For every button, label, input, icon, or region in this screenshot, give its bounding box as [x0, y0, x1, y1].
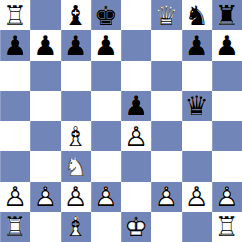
black-bishop-fill-icon: ♗ [61, 0, 91, 30]
white-pawn-fill-icon: ♟ [91, 182, 121, 212]
square-f8[interactable]: ♛♕ [151, 0, 181, 30]
white-bishop-fill-icon: ♝ [61, 212, 91, 242]
square-f2[interactable]: ♟♙ [151, 182, 181, 212]
white-knight-fill-icon: ♞ [61, 151, 91, 181]
white-knight-icon: ♘ [61, 151, 91, 181]
square-b6[interactable] [30, 61, 60, 91]
square-a8[interactable]: ♜♖ [0, 0, 30, 30]
black-pawn-fill-icon: ♙ [0, 30, 30, 60]
square-a5[interactable] [0, 91, 30, 121]
black-king-icon: ♚ [91, 0, 121, 30]
black-pawn-icon: ♟ [30, 30, 60, 60]
white-pawn-icon: ♙ [91, 182, 121, 212]
square-f5[interactable] [151, 91, 181, 121]
piece-white-pawn[interactable]: ♟♙ [91, 182, 121, 212]
square-g8[interactable]: ♘♞ [182, 0, 212, 30]
square-h5[interactable] [212, 91, 242, 121]
white-pawn-fill-icon: ♟ [151, 182, 181, 212]
piece-black-pawn[interactable]: ♙♟ [91, 30, 121, 60]
white-pawn-icon: ♙ [182, 182, 212, 212]
square-e7[interactable] [121, 30, 151, 60]
black-knight-icon: ♞ [182, 0, 212, 30]
piece-white-bishop[interactable]: ♝♗ [61, 121, 91, 151]
piece-black-queen[interactable]: ♕♛ [182, 91, 212, 121]
square-d7[interactable]: ♙♟ [91, 30, 121, 60]
white-rook-icon: ♖ [212, 212, 242, 242]
square-h2[interactable]: ♟♙ [212, 182, 242, 212]
white-rook-fill-icon: ♜ [212, 212, 242, 242]
square-b1[interactable] [30, 212, 60, 242]
square-g4[interactable] [182, 121, 212, 151]
square-e6[interactable] [121, 61, 151, 91]
square-f4[interactable] [151, 121, 181, 151]
square-c2[interactable]: ♟♙ [61, 182, 91, 212]
piece-white-pawn[interactable]: ♟♙ [30, 182, 60, 212]
white-pawn-fill-icon: ♟ [182, 182, 212, 212]
piece-black-bishop[interactable]: ♗♝ [61, 0, 91, 30]
square-g7[interactable]: ♙♟ [182, 30, 212, 60]
white-bishop-fill-icon: ♝ [61, 121, 91, 151]
square-d3[interactable] [91, 151, 121, 181]
square-h3[interactable] [212, 151, 242, 181]
piece-white-pawn[interactable]: ♟♙ [0, 182, 30, 212]
black-pawn-fill-icon: ♙ [30, 30, 60, 60]
square-c6[interactable] [61, 61, 91, 91]
black-king-fill-icon: ♔ [91, 0, 121, 30]
square-e8[interactable] [121, 0, 151, 30]
square-c1[interactable]: ♝♗ [61, 212, 91, 242]
square-d1[interactable] [91, 212, 121, 242]
square-f6[interactable] [151, 61, 181, 91]
piece-black-pawn[interactable]: ♙♟ [30, 30, 60, 60]
black-queen-icon: ♛ [182, 91, 212, 121]
square-e3[interactable] [121, 151, 151, 181]
piece-white-bishop[interactable]: ♝♗ [61, 212, 91, 242]
black-pawn-fill-icon: ♙ [182, 30, 212, 60]
square-g5[interactable]: ♕♛ [182, 91, 212, 121]
square-h6[interactable] [212, 61, 242, 91]
white-pawn-icon: ♙ [30, 182, 60, 212]
square-e1[interactable]: ♚♔ [121, 212, 151, 242]
square-a3[interactable] [0, 151, 30, 181]
square-c4[interactable]: ♝♗ [61, 121, 91, 151]
square-b5[interactable] [30, 91, 60, 121]
piece-black-rook[interactable]: ♖♜ [212, 0, 242, 30]
square-b8[interactable] [30, 0, 60, 30]
square-a6[interactable] [0, 61, 30, 91]
piece-black-knight[interactable]: ♘♞ [182, 0, 212, 30]
piece-white-rook[interactable]: ♜♖ [0, 212, 30, 242]
square-e4[interactable]: ♟♙ [121, 121, 151, 151]
square-d4[interactable] [91, 121, 121, 151]
square-g3[interactable] [182, 151, 212, 181]
piece-white-pawn[interactable]: ♟♙ [182, 182, 212, 212]
white-queen-icon: ♕ [151, 0, 181, 30]
square-b3[interactable] [30, 151, 60, 181]
square-b2[interactable]: ♟♙ [30, 182, 60, 212]
piece-white-queen[interactable]: ♛♕ [151, 0, 181, 30]
piece-black-pawn[interactable]: ♙♟ [212, 30, 242, 60]
white-pawn-fill-icon: ♟ [61, 182, 91, 212]
square-d5[interactable] [91, 91, 121, 121]
square-a2[interactable]: ♟♙ [0, 182, 30, 212]
square-c7[interactable]: ♙♟ [61, 30, 91, 60]
piece-black-king[interactable]: ♔♚ [91, 0, 121, 30]
square-g1[interactable] [182, 212, 212, 242]
square-e5[interactable]: ♙♟ [121, 91, 151, 121]
black-queen-fill-icon: ♕ [182, 91, 212, 121]
white-pawn-icon: ♙ [212, 182, 242, 212]
square-a7[interactable]: ♙♟ [0, 30, 30, 60]
piece-white-pawn[interactable]: ♟♙ [151, 182, 181, 212]
square-g6[interactable] [182, 61, 212, 91]
black-pawn-icon: ♟ [182, 30, 212, 60]
square-a1[interactable]: ♜♖ [0, 212, 30, 242]
square-g2[interactable]: ♟♙ [182, 182, 212, 212]
white-rook-fill-icon: ♜ [0, 212, 30, 242]
square-h1[interactable]: ♜♖ [212, 212, 242, 242]
piece-black-pawn[interactable]: ♙♟ [0, 30, 30, 60]
white-king-fill-icon: ♚ [121, 212, 151, 242]
square-d8[interactable]: ♔♚ [91, 0, 121, 30]
square-c8[interactable]: ♗♝ [61, 0, 91, 30]
piece-black-pawn[interactable]: ♙♟ [121, 91, 151, 121]
white-rook-icon: ♖ [0, 212, 30, 242]
piece-black-pawn[interactable]: ♙♟ [61, 30, 91, 60]
white-rook-fill-icon: ♜ [0, 0, 30, 30]
piece-black-pawn[interactable]: ♙♟ [182, 30, 212, 60]
black-pawn-fill-icon: ♙ [121, 91, 151, 121]
piece-white-rook[interactable]: ♜♖ [212, 212, 242, 242]
square-f3[interactable] [151, 151, 181, 181]
white-pawn-icon: ♙ [121, 121, 151, 151]
piece-white-pawn[interactable]: ♟♙ [212, 182, 242, 212]
piece-white-rook[interactable]: ♜♖ [0, 0, 30, 30]
black-bishop-icon: ♝ [61, 0, 91, 30]
square-d2[interactable]: ♟♙ [91, 182, 121, 212]
white-queen-fill-icon: ♛ [151, 0, 181, 30]
piece-white-king[interactable]: ♚♔ [121, 212, 151, 242]
square-h4[interactable] [212, 121, 242, 151]
square-e2[interactable] [121, 182, 151, 212]
piece-white-pawn[interactable]: ♟♙ [61, 182, 91, 212]
white-rook-icon: ♖ [0, 0, 30, 30]
square-h7[interactable]: ♙♟ [212, 30, 242, 60]
black-pawn-icon: ♟ [212, 30, 242, 60]
square-f1[interactable] [151, 212, 181, 242]
square-c3[interactable]: ♞♘ [61, 151, 91, 181]
square-c5[interactable] [61, 91, 91, 121]
black-pawn-icon: ♟ [121, 91, 151, 121]
white-pawn-fill-icon: ♟ [212, 182, 242, 212]
black-pawn-fill-icon: ♙ [61, 30, 91, 60]
square-b4[interactable] [30, 121, 60, 151]
white-pawn-fill-icon: ♟ [30, 182, 60, 212]
square-b7[interactable]: ♙♟ [30, 30, 60, 60]
black-pawn-icon: ♟ [0, 30, 30, 60]
square-a4[interactable] [0, 121, 30, 151]
square-d6[interactable] [91, 61, 121, 91]
black-pawn-fill-icon: ♙ [91, 30, 121, 60]
piece-white-pawn[interactable]: ♟♙ [121, 121, 151, 151]
black-pawn-icon: ♟ [91, 30, 121, 60]
square-h8[interactable]: ♖♜ [212, 0, 242, 30]
white-pawn-icon: ♙ [151, 182, 181, 212]
white-pawn-icon: ♙ [61, 182, 91, 212]
black-pawn-icon: ♟ [61, 30, 91, 60]
white-pawn-fill-icon: ♟ [0, 182, 30, 212]
black-pawn-fill-icon: ♙ [212, 30, 242, 60]
chess-board: ♜♖♗♝♔♚♛♕♘♞♖♜♙♟♙♟♙♟♙♟♙♟♙♟♙♟♕♛♝♗♟♙♞♘♟♙♟♙♟♙… [0, 0, 242, 242]
white-bishop-icon: ♗ [61, 212, 91, 242]
square-f7[interactable] [151, 30, 181, 60]
black-rook-icon: ♜ [212, 0, 242, 30]
white-king-icon: ♔ [121, 212, 151, 242]
white-bishop-icon: ♗ [61, 121, 91, 151]
white-pawn-fill-icon: ♟ [121, 121, 151, 151]
black-knight-fill-icon: ♘ [182, 0, 212, 30]
black-rook-fill-icon: ♖ [212, 0, 242, 30]
piece-white-knight[interactable]: ♞♘ [61, 151, 91, 181]
white-pawn-icon: ♙ [0, 182, 30, 212]
